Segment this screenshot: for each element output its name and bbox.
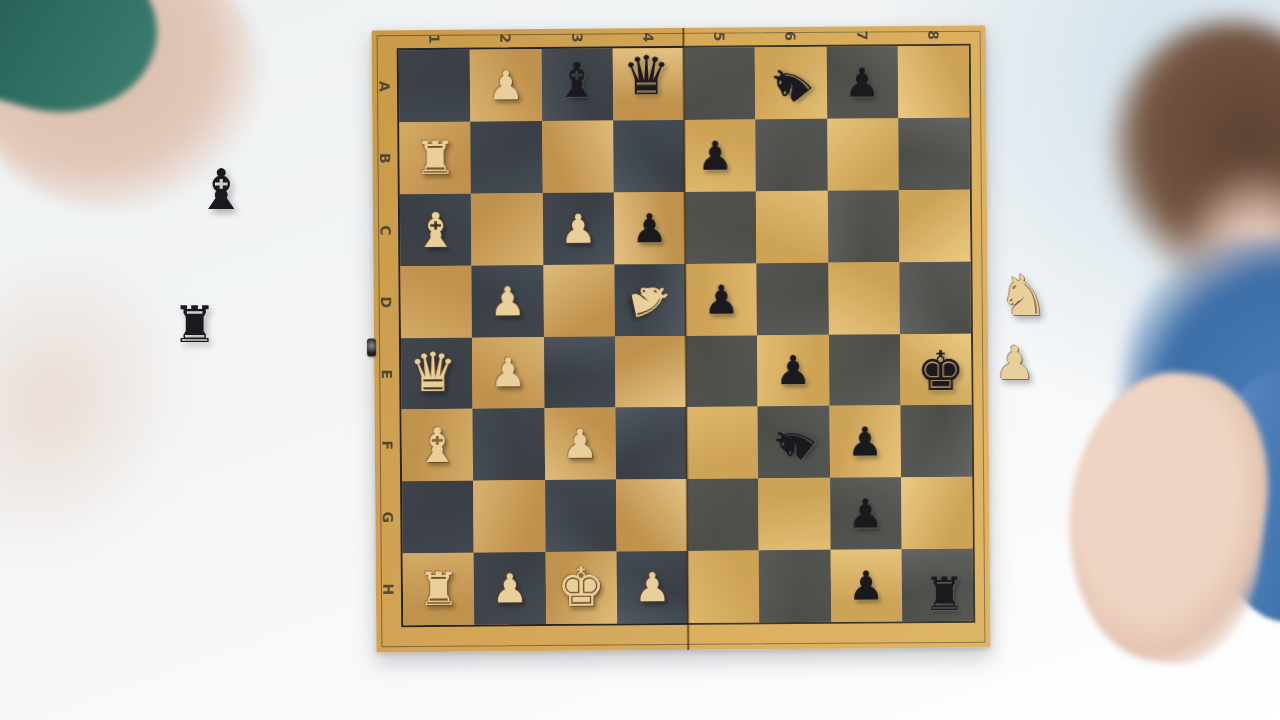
captured-white-knight: ♞ xyxy=(998,268,1048,324)
square-b4 xyxy=(613,120,685,192)
coordinate-label-file-d: D xyxy=(350,289,422,315)
square-d6 xyxy=(757,262,829,334)
square-g8 xyxy=(901,477,973,549)
white-pawn: ♟ xyxy=(488,65,524,105)
white-rook: ♜ xyxy=(414,135,456,181)
square-d2: ♟ xyxy=(472,265,544,337)
square-g6 xyxy=(758,478,830,550)
square-g7: ♟ xyxy=(830,478,902,550)
square-f6: ♞ xyxy=(758,406,830,478)
black-pawn: ♟ xyxy=(847,422,883,462)
captured-white-pawn: ♟ xyxy=(994,340,1035,386)
square-d8 xyxy=(899,261,971,333)
square-d4: ♞ xyxy=(614,264,686,336)
square-e8: ♚ xyxy=(900,333,972,405)
black-pawn: ♟ xyxy=(848,565,884,605)
square-e1: ♛ xyxy=(401,337,473,409)
square-a6: ♞ xyxy=(755,47,827,119)
square-a3: ♝ xyxy=(541,49,613,121)
white-pawn: ♟ xyxy=(492,568,528,608)
square-f7: ♟ xyxy=(829,406,901,478)
coordinate-label-rank-5: 5 xyxy=(710,1,729,72)
square-c5 xyxy=(685,191,757,263)
black-knight: ♞ xyxy=(759,51,823,115)
coordinate-label-rank-1: 1 xyxy=(425,3,444,74)
black-pawn: ♟ xyxy=(697,135,733,175)
square-e4 xyxy=(615,335,687,407)
square-d5: ♟ xyxy=(685,263,757,335)
square-c2 xyxy=(471,193,543,265)
black-king: ♚ xyxy=(916,345,965,399)
square-c3: ♟ xyxy=(542,192,614,264)
black-pawn: ♟ xyxy=(844,62,880,102)
square-e7 xyxy=(828,334,900,406)
square-b3 xyxy=(542,120,614,192)
square-c4: ♟ xyxy=(614,192,686,264)
black-pawn: ♟ xyxy=(703,279,739,319)
white-knight: ♞ xyxy=(622,274,678,326)
square-d7 xyxy=(828,262,900,334)
square-f4 xyxy=(615,407,687,479)
square-d3 xyxy=(543,264,615,336)
square-e2: ♟ xyxy=(472,337,544,409)
coordinate-label-file-a: A xyxy=(348,73,420,99)
square-b8 xyxy=(898,118,970,190)
coordinate-label-file-c: C xyxy=(350,217,422,243)
coordinate-label-file-g: G xyxy=(352,505,424,531)
square-b2 xyxy=(471,121,543,193)
black-bishop: ♝ xyxy=(555,56,598,104)
square-f2 xyxy=(473,408,545,480)
white-bishop: ♝ xyxy=(416,421,459,469)
black-queen: ♛ xyxy=(622,49,671,103)
square-f5 xyxy=(687,407,759,479)
square-f3: ♟ xyxy=(544,408,616,480)
coordinate-label-file-b: B xyxy=(349,145,421,171)
square-a4: ♛ xyxy=(612,48,684,120)
square-e5 xyxy=(686,335,758,407)
black-pawn: ♟ xyxy=(847,494,883,534)
white-king: ♚ xyxy=(557,561,606,615)
square-h2: ♟ xyxy=(474,552,546,624)
square-g5 xyxy=(687,479,759,551)
white-bishop: ♝ xyxy=(414,205,457,253)
square-f8 xyxy=(900,405,972,477)
coordinate-label-rank-8: 8 xyxy=(924,0,943,71)
square-h6 xyxy=(759,550,831,622)
square-h3: ♚ xyxy=(545,552,617,624)
square-h7: ♟ xyxy=(830,549,902,621)
square-h4: ♟ xyxy=(616,551,688,623)
square-e6: ♟ xyxy=(757,334,829,406)
square-g3 xyxy=(545,480,617,552)
black-knight: ♞ xyxy=(762,411,826,474)
square-c7 xyxy=(827,190,899,262)
square-g4 xyxy=(616,479,688,551)
white-pawn: ♟ xyxy=(489,281,525,321)
square-c6 xyxy=(756,191,828,263)
photo-scene: 12345678 ABCDEFGH ♟♝♛♞♟♜♟♝♟♟♟♞♟♛♟♟♚♝♟♞♟♟… xyxy=(0,0,1280,720)
white-pawn: ♟ xyxy=(560,208,596,248)
white-pawn: ♟ xyxy=(490,353,526,393)
black-pawn: ♟ xyxy=(631,208,667,248)
square-g2 xyxy=(473,480,545,552)
captured-black-bishop: ♝ xyxy=(196,162,246,218)
square-b5: ♟ xyxy=(684,119,756,191)
white-pawn: ♟ xyxy=(562,424,598,464)
chess-board: 12345678 ABCDEFGH ♟♝♛♞♟♜♟♝♟♟♟♞♟♛♟♟♚♝♟♞♟♟… xyxy=(372,26,991,653)
coordinate-label-file-f: F xyxy=(351,433,423,459)
square-h8: ♜ xyxy=(901,549,973,621)
white-rook: ♜ xyxy=(418,566,460,612)
coordinate-label-file-h: H xyxy=(352,577,424,603)
white-pawn: ♟ xyxy=(634,567,670,607)
black-rook: ♜ xyxy=(924,571,966,617)
square-e3 xyxy=(543,336,615,408)
captured-black-rook: ♜ xyxy=(172,300,217,350)
black-pawn: ♟ xyxy=(775,350,811,390)
left-player-forearm xyxy=(0,194,240,605)
square-h5 xyxy=(688,551,760,623)
board-coordinates-left: ABCDEFGH xyxy=(372,50,402,625)
square-b6 xyxy=(756,119,828,191)
square-b7 xyxy=(827,118,899,190)
square-c8 xyxy=(899,189,971,261)
white-queen: ♛ xyxy=(408,346,457,400)
